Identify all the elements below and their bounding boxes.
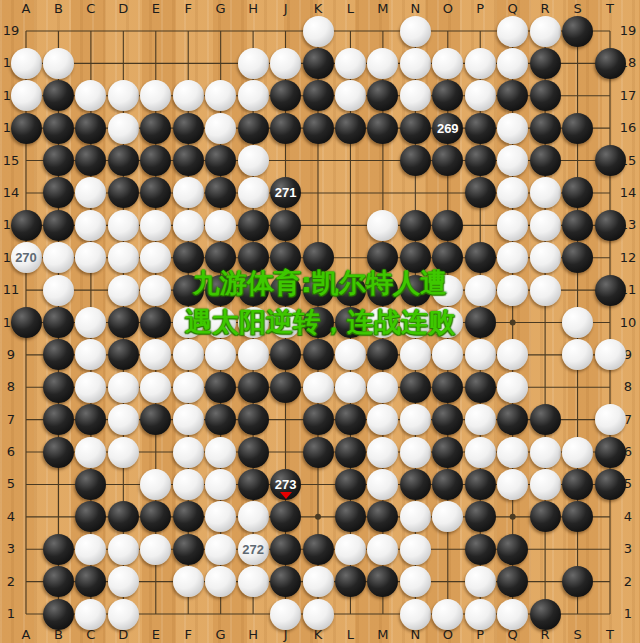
stone-white-C8[interactable] <box>75 372 106 403</box>
stone-black-H7[interactable] <box>238 404 269 435</box>
stone-black-P14[interactable] <box>465 177 496 208</box>
stone-white-K1[interactable] <box>303 599 334 630</box>
stone-black-B8[interactable] <box>43 372 74 403</box>
stone-black-H6[interactable] <box>238 437 269 468</box>
stone-white-N6[interactable] <box>400 437 431 468</box>
col-label-top: C <box>83 1 99 17</box>
stone-black-M11[interactable] <box>367 275 398 306</box>
stone-white-M8[interactable] <box>367 372 398 403</box>
stone-white-G5[interactable] <box>205 469 236 500</box>
stone-white-M13[interactable] <box>367 210 398 241</box>
stone-white-L3[interactable] <box>335 534 366 565</box>
stone-black-R18[interactable] <box>530 48 561 79</box>
stone-white-E8[interactable] <box>140 372 171 403</box>
stone-black-P3[interactable] <box>465 534 496 565</box>
stone-black-K10[interactable] <box>303 307 334 338</box>
stone-white-C3[interactable] <box>75 534 106 565</box>
stone-white-M6[interactable] <box>367 437 398 468</box>
stone-black-T6[interactable] <box>595 437 626 468</box>
stone-black-K18[interactable] <box>303 48 334 79</box>
stone-white-N3[interactable] <box>400 534 431 565</box>
stone-black-G15[interactable] <box>205 145 236 176</box>
stone-black-D4[interactable] <box>108 501 139 532</box>
col-label-top: N <box>407 1 423 17</box>
stone-white-C13[interactable] <box>75 210 106 241</box>
stone-black-B17[interactable] <box>43 80 74 111</box>
stone-white-L8[interactable] <box>335 372 366 403</box>
stone-black-H16[interactable] <box>238 113 269 144</box>
row-label-right: 8 <box>618 379 638 395</box>
stone-white-F6[interactable] <box>173 437 204 468</box>
stone-black-O16[interactable]: 269 <box>432 113 463 144</box>
stone-black-S5[interactable] <box>562 469 593 500</box>
stone-black-F15[interactable] <box>173 145 204 176</box>
stone-white-B12[interactable] <box>43 242 74 273</box>
stone-black-N5[interactable] <box>400 469 431 500</box>
stone-white-G3[interactable] <box>205 534 236 565</box>
stone-white-Q19[interactable] <box>497 16 528 47</box>
stone-white-H15[interactable] <box>238 145 269 176</box>
stone-black-S19[interactable] <box>562 16 593 47</box>
stone-black-T18[interactable] <box>595 48 626 79</box>
stone-white-D12[interactable] <box>108 242 139 273</box>
stone-white-H18[interactable] <box>238 48 269 79</box>
stone-white-R6[interactable] <box>530 437 561 468</box>
col-label-bottom: L <box>342 627 358 643</box>
move-number: 272 <box>242 542 264 557</box>
stone-black-L5[interactable] <box>335 469 366 500</box>
stone-black-K7[interactable] <box>303 404 334 435</box>
stone-white-C6[interactable] <box>75 437 106 468</box>
stone-white-L18[interactable] <box>335 48 366 79</box>
stone-white-P6[interactable] <box>465 437 496 468</box>
move-number: 271 <box>275 185 297 200</box>
stone-black-S2[interactable] <box>562 566 593 597</box>
stone-white-H10[interactable] <box>238 307 269 338</box>
col-label-top: E <box>148 1 164 17</box>
stone-black-N11[interactable] <box>400 275 431 306</box>
stone-white-N17[interactable] <box>400 80 431 111</box>
stone-white-F13[interactable] <box>173 210 204 241</box>
stone-white-E5[interactable] <box>140 469 171 500</box>
col-label-bottom: A <box>18 627 34 643</box>
col-label-top: K <box>310 1 326 17</box>
stone-white-F9[interactable] <box>173 339 204 370</box>
stone-white-F7[interactable] <box>173 404 204 435</box>
stone-black-B13[interactable] <box>43 210 74 241</box>
stone-white-G16[interactable] <box>205 113 236 144</box>
stone-white-N1[interactable] <box>400 599 431 630</box>
stone-black-R1[interactable] <box>530 599 561 630</box>
stone-white-Q8[interactable] <box>497 372 528 403</box>
stone-white-Q15[interactable] <box>497 145 528 176</box>
stone-white-P17[interactable] <box>465 80 496 111</box>
col-label-top: T <box>602 1 618 17</box>
stone-black-R4[interactable] <box>530 501 561 532</box>
stone-black-J2[interactable] <box>270 566 301 597</box>
stone-white-P2[interactable] <box>465 566 496 597</box>
stone-black-P15[interactable] <box>465 145 496 176</box>
col-label-top: J <box>278 1 294 17</box>
stone-black-J5[interactable]: 273 <box>270 469 301 500</box>
stone-white-N2[interactable] <box>400 566 431 597</box>
stone-black-N8[interactable] <box>400 372 431 403</box>
stone-black-T15[interactable] <box>595 145 626 176</box>
stone-black-K6[interactable] <box>303 437 334 468</box>
stone-black-P8[interactable] <box>465 372 496 403</box>
stone-black-B6[interactable] <box>43 437 74 468</box>
stone-black-J3[interactable] <box>270 534 301 565</box>
col-label-top: A <box>18 1 34 17</box>
stone-white-J18[interactable] <box>270 48 301 79</box>
stone-white-F2[interactable] <box>173 566 204 597</box>
row-label-right: 16 <box>618 120 638 136</box>
col-label-top: L <box>342 1 358 17</box>
col-label-top: H <box>245 1 261 17</box>
row-label-left: 15 <box>0 153 22 169</box>
stone-white-J1[interactable] <box>270 599 301 630</box>
stone-white-K19[interactable] <box>303 16 334 47</box>
stone-white-S10[interactable] <box>562 307 593 338</box>
stone-black-T5[interactable] <box>595 469 626 500</box>
stone-white-F17[interactable] <box>173 80 204 111</box>
col-label-top: S <box>570 1 586 17</box>
stone-black-L11[interactable] <box>335 275 366 306</box>
stone-white-F8[interactable] <box>173 372 204 403</box>
col-label-bottom: E <box>148 627 164 643</box>
stone-white-D3[interactable] <box>108 534 139 565</box>
stone-black-G8[interactable] <box>205 372 236 403</box>
stone-white-P7[interactable] <box>465 404 496 435</box>
stone-white-Q11[interactable] <box>497 275 528 306</box>
stone-white-S6[interactable] <box>562 437 593 468</box>
row-label-left: 4 <box>0 509 22 525</box>
stone-white-R12[interactable] <box>530 242 561 273</box>
stone-white-P11[interactable] <box>465 275 496 306</box>
stone-black-O5[interactable] <box>432 469 463 500</box>
stone-black-K16[interactable] <box>303 113 334 144</box>
stone-black-H12[interactable] <box>238 242 269 273</box>
col-label-top: P <box>472 1 488 17</box>
stone-white-P18[interactable] <box>465 48 496 79</box>
stone-white-K8[interactable] <box>303 372 334 403</box>
col-label-bottom: M <box>375 627 391 643</box>
stone-white-R19[interactable] <box>530 16 561 47</box>
stone-black-N13[interactable] <box>400 210 431 241</box>
stone-white-P1[interactable] <box>465 599 496 630</box>
stone-white-R13[interactable] <box>530 210 561 241</box>
row-label-right: 17 <box>618 88 638 104</box>
stone-black-J8[interactable] <box>270 372 301 403</box>
stone-white-D11[interactable] <box>108 275 139 306</box>
row-label-left: 11 <box>0 282 22 298</box>
stone-black-K11[interactable] <box>303 275 334 306</box>
stone-black-N12[interactable] <box>400 242 431 273</box>
stone-white-D6[interactable] <box>108 437 139 468</box>
stone-black-J11[interactable] <box>270 275 301 306</box>
stone-black-C16[interactable] <box>75 113 106 144</box>
stone-white-A17[interactable] <box>11 80 42 111</box>
stone-white-Q6[interactable] <box>497 437 528 468</box>
stone-white-N9[interactable] <box>400 339 431 370</box>
stone-black-P12[interactable] <box>465 242 496 273</box>
move-number: 273 <box>275 477 297 492</box>
stone-black-E16[interactable] <box>140 113 171 144</box>
move-number: 269 <box>437 121 459 136</box>
stone-black-D9[interactable] <box>108 339 139 370</box>
stone-black-T13[interactable] <box>595 210 626 241</box>
row-label-right: 3 <box>618 541 638 557</box>
row-label-right: 10 <box>618 315 638 331</box>
stone-white-N18[interactable] <box>400 48 431 79</box>
stone-black-O6[interactable] <box>432 437 463 468</box>
stone-white-E13[interactable] <box>140 210 171 241</box>
stone-white-T9[interactable] <box>595 339 626 370</box>
row-label-right: 19 <box>618 23 638 39</box>
stone-white-H4[interactable] <box>238 501 269 532</box>
stone-white-D2[interactable] <box>108 566 139 597</box>
stone-white-C1[interactable] <box>75 599 106 630</box>
stone-black-P5[interactable] <box>465 469 496 500</box>
stone-black-B10[interactable] <box>43 307 74 338</box>
col-label-top: D <box>115 1 131 17</box>
stone-white-Q5[interactable] <box>497 469 528 500</box>
stone-white-H9[interactable] <box>238 339 269 370</box>
stone-white-L17[interactable] <box>335 80 366 111</box>
stone-white-Q13[interactable] <box>497 210 528 241</box>
move-number: 270 <box>15 250 37 265</box>
stone-white-N19[interactable] <box>400 16 431 47</box>
col-label-top: F <box>180 1 196 17</box>
stone-black-J13[interactable] <box>270 210 301 241</box>
row-label-left: 19 <box>0 23 22 39</box>
stone-black-H13[interactable] <box>238 210 269 241</box>
stone-black-L10[interactable] <box>335 307 366 338</box>
stone-white-P9[interactable] <box>465 339 496 370</box>
stone-white-J10[interactable] <box>270 307 301 338</box>
stone-black-H11[interactable] <box>238 275 269 306</box>
stone-white-G10[interactable] <box>205 307 236 338</box>
stone-white-R11[interactable] <box>530 275 561 306</box>
stone-black-J16[interactable] <box>270 113 301 144</box>
stone-white-D16[interactable] <box>108 113 139 144</box>
stone-black-N16[interactable] <box>400 113 431 144</box>
stone-white-O11[interactable] <box>432 275 463 306</box>
stone-white-D8[interactable] <box>108 372 139 403</box>
row-label-right: 4 <box>618 509 638 525</box>
stone-black-B7[interactable] <box>43 404 74 435</box>
row-label-left: 7 <box>0 412 22 428</box>
stone-white-H14[interactable] <box>238 177 269 208</box>
stone-black-L2[interactable] <box>335 566 366 597</box>
stone-black-H8[interactable] <box>238 372 269 403</box>
stone-black-K9[interactable] <box>303 339 334 370</box>
stone-black-F16[interactable] <box>173 113 204 144</box>
col-label-top: G <box>213 1 229 17</box>
col-label-bottom: F <box>180 627 196 643</box>
stone-white-T7[interactable] <box>595 404 626 435</box>
row-label-left: 5 <box>0 476 22 492</box>
stone-white-D17[interactable] <box>108 80 139 111</box>
stone-black-O13[interactable] <box>432 210 463 241</box>
stone-black-R17[interactable] <box>530 80 561 111</box>
stone-white-H3[interactable]: 272 <box>238 534 269 565</box>
row-label-left: 6 <box>0 444 22 460</box>
col-label-bottom: S <box>570 627 586 643</box>
stone-white-A18[interactable] <box>11 48 42 79</box>
stone-black-G11[interactable] <box>205 275 236 306</box>
stone-black-F12[interactable] <box>173 242 204 273</box>
col-label-top: B <box>50 1 66 17</box>
col-label-top: O <box>440 1 456 17</box>
stone-white-R5[interactable] <box>530 469 561 500</box>
stone-black-L7[interactable] <box>335 404 366 435</box>
stone-white-O18[interactable] <box>432 48 463 79</box>
stone-white-D1[interactable] <box>108 599 139 630</box>
stone-black-A10[interactable] <box>11 307 42 338</box>
stone-black-K3[interactable] <box>303 534 334 565</box>
stone-black-B15[interactable] <box>43 145 74 176</box>
col-label-top: Q <box>505 1 521 17</box>
stone-white-F5[interactable] <box>173 469 204 500</box>
stone-white-D7[interactable] <box>108 404 139 435</box>
stone-white-F14[interactable] <box>173 177 204 208</box>
row-label-right: 1 <box>618 606 638 622</box>
stone-black-L6[interactable] <box>335 437 366 468</box>
row-label-left: 9 <box>0 347 22 363</box>
stone-black-S13[interactable] <box>562 210 593 241</box>
stone-black-R7[interactable] <box>530 404 561 435</box>
row-label-right: 14 <box>618 185 638 201</box>
stone-white-N10[interactable] <box>400 307 431 338</box>
stone-white-F10[interactable] <box>173 307 204 338</box>
stone-black-K12[interactable] <box>303 242 334 273</box>
stone-black-L16[interactable] <box>335 113 366 144</box>
row-label-left: 1 <box>0 606 22 622</box>
stone-white-N7[interactable] <box>400 404 431 435</box>
stone-black-B2[interactable] <box>43 566 74 597</box>
stone-black-A13[interactable] <box>11 210 42 241</box>
stone-white-H17[interactable] <box>238 80 269 111</box>
stone-black-R16[interactable] <box>530 113 561 144</box>
col-label-bottom: H <box>245 627 261 643</box>
row-label-left: 8 <box>0 379 22 395</box>
stone-black-P4[interactable] <box>465 501 496 532</box>
stone-black-N15[interactable] <box>400 145 431 176</box>
col-label-bottom: T <box>602 627 618 643</box>
stone-black-F3[interactable] <box>173 534 204 565</box>
stone-white-B11[interactable] <box>43 275 74 306</box>
stone-black-F11[interactable] <box>173 275 204 306</box>
stone-black-R15[interactable] <box>530 145 561 176</box>
stone-white-E3[interactable] <box>140 534 171 565</box>
stone-white-K2[interactable] <box>303 566 334 597</box>
stone-white-Q16[interactable] <box>497 113 528 144</box>
stone-black-B1[interactable] <box>43 599 74 630</box>
go-board-screenshot: AABBCCDDEEFFGGHHJJKKLLMMNNOOPPQQRRSSTT19… <box>0 0 640 643</box>
stone-black-B16[interactable] <box>43 113 74 144</box>
row-label-left: 14 <box>0 185 22 201</box>
stone-white-R14[interactable] <box>530 177 561 208</box>
stone-black-P10[interactable] <box>465 307 496 338</box>
stone-white-Q1[interactable] <box>497 599 528 630</box>
stone-black-D15[interactable] <box>108 145 139 176</box>
stone-black-K17[interactable] <box>303 80 334 111</box>
stone-white-A12[interactable]: 270 <box>11 242 42 273</box>
col-label-top: M <box>375 1 391 17</box>
stone-black-A16[interactable] <box>11 113 42 144</box>
stone-white-B18[interactable] <box>43 48 74 79</box>
stone-white-D13[interactable] <box>108 210 139 241</box>
stone-black-F4[interactable] <box>173 501 204 532</box>
stone-black-M16[interactable] <box>367 113 398 144</box>
stone-black-D10[interactable] <box>108 307 139 338</box>
stone-white-E11[interactable] <box>140 275 171 306</box>
stone-white-G6[interactable] <box>205 437 236 468</box>
stone-black-P16[interactable] <box>465 113 496 144</box>
stone-white-O1[interactable] <box>432 599 463 630</box>
stone-black-H5[interactable] <box>238 469 269 500</box>
row-label-right: 12 <box>618 250 638 266</box>
col-label-bottom: G <box>213 627 229 643</box>
stone-white-M3[interactable] <box>367 534 398 565</box>
stone-white-N4[interactable] <box>400 501 431 532</box>
stone-black-B3[interactable] <box>43 534 74 565</box>
col-label-top: R <box>537 1 553 17</box>
row-label-left: 2 <box>0 574 22 590</box>
stone-white-Q18[interactable] <box>497 48 528 79</box>
stone-black-T11[interactable] <box>595 275 626 306</box>
row-label-right: 2 <box>618 574 638 590</box>
last-move-marker-icon <box>280 492 292 499</box>
stone-white-H2[interactable] <box>238 566 269 597</box>
stone-black-S16[interactable] <box>562 113 593 144</box>
stone-white-G13[interactable] <box>205 210 236 241</box>
stone-black-Q3[interactable] <box>497 534 528 565</box>
stone-black-O8[interactable] <box>432 372 463 403</box>
row-label-left: 3 <box>0 541 22 557</box>
